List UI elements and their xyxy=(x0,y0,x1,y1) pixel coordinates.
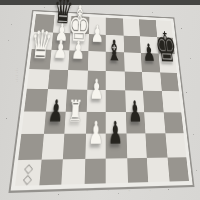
square-a3 xyxy=(21,111,45,134)
noise-speck xyxy=(196,170,197,171)
noise-speck xyxy=(193,134,194,135)
board-photo: ·:·:·:· · – · – · – · ♛♝♟♚♟♛♟♟♝♟♚♟♟♜♟♟♟◇… xyxy=(0,0,200,200)
square-c7 xyxy=(69,33,88,51)
square-b2 xyxy=(41,134,65,159)
square-b3 xyxy=(43,111,66,134)
square-e3 xyxy=(106,111,126,133)
noise-speck xyxy=(11,24,12,25)
noise-speck xyxy=(8,40,9,41)
square-h6 xyxy=(158,54,177,73)
square-g8 xyxy=(139,19,157,36)
noise-speck xyxy=(58,194,59,195)
square-c2 xyxy=(63,134,85,159)
square-a7 xyxy=(32,31,53,50)
square-d2 xyxy=(85,134,106,158)
square-a5 xyxy=(27,68,49,89)
square-c6 xyxy=(68,50,87,69)
square-a8 xyxy=(34,14,54,32)
square-g3 xyxy=(144,111,165,133)
square-b5 xyxy=(47,69,68,90)
square-g4 xyxy=(143,91,163,112)
square-d5 xyxy=(87,70,106,90)
square-d6 xyxy=(87,51,106,70)
square-h4 xyxy=(161,91,181,112)
noise-speck xyxy=(118,193,119,194)
square-h2 xyxy=(165,133,187,156)
square-h5 xyxy=(159,72,178,92)
square-e6 xyxy=(106,52,124,71)
square-b7 xyxy=(51,32,71,51)
corner-ornament-icon: ◇ ◇ xyxy=(23,161,34,183)
square-d7 xyxy=(88,33,106,51)
noise-speck xyxy=(190,58,191,59)
square-c3 xyxy=(64,111,86,134)
square-f5 xyxy=(124,71,143,91)
square-c5 xyxy=(67,69,87,89)
square-f3 xyxy=(125,111,145,133)
square-f1 xyxy=(126,157,148,183)
square-g5 xyxy=(142,71,161,91)
square-a4 xyxy=(24,89,47,111)
square-g7 xyxy=(140,36,158,54)
square-c1 xyxy=(61,158,84,185)
noise-speck xyxy=(6,118,7,119)
noise-speck xyxy=(181,28,182,29)
square-b4 xyxy=(45,89,67,111)
square-b1 xyxy=(38,158,62,185)
square-e5 xyxy=(106,70,125,90)
square-f4 xyxy=(124,90,144,111)
square-f6 xyxy=(123,52,141,71)
square-f2 xyxy=(126,133,147,157)
square-d1 xyxy=(84,158,106,184)
square-b6 xyxy=(49,50,69,70)
square-c8 xyxy=(70,16,88,34)
chess-board-grid: ♛♝♟♚♟♛♟♟♝♟♚♟♟♜♟♟♟◇ ◇ xyxy=(15,14,189,186)
square-e2 xyxy=(106,133,127,157)
left-margin-stamp: ·:·:·:· xyxy=(15,68,19,83)
noise-speck xyxy=(176,44,177,45)
square-f8 xyxy=(122,18,139,35)
square-d3 xyxy=(85,111,105,134)
square-d8 xyxy=(88,17,105,34)
noise-speck xyxy=(152,12,153,13)
square-e7 xyxy=(106,34,124,52)
square-h7 xyxy=(156,36,174,54)
square-b8 xyxy=(52,15,71,33)
noise-speck xyxy=(168,189,169,190)
square-a2 xyxy=(18,134,43,159)
noise-speck xyxy=(186,92,187,93)
square-g1 xyxy=(147,157,169,183)
square-e4 xyxy=(106,90,125,111)
square-g6 xyxy=(141,53,160,72)
square-a6 xyxy=(29,49,50,69)
square-h8 xyxy=(155,20,173,37)
square-e1 xyxy=(106,157,127,183)
noise-speck xyxy=(44,7,45,8)
photo-top-edge-band xyxy=(0,0,200,5)
square-g2 xyxy=(145,133,166,157)
square-d4 xyxy=(86,90,106,111)
square-h1 xyxy=(167,156,189,181)
square-h3 xyxy=(163,111,184,133)
square-e8 xyxy=(106,18,123,35)
square-f7 xyxy=(123,35,141,53)
square-c4 xyxy=(66,89,87,111)
